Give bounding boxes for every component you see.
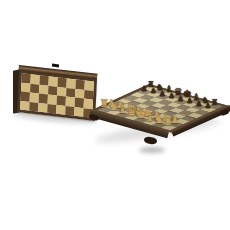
box-clasp — [52, 64, 59, 68]
closed-box-checkerboard — [17, 70, 97, 121]
box-checker-square — [20, 100, 29, 110]
box-checker-square — [74, 107, 83, 117]
box-checker-square — [29, 101, 38, 111]
chess-set-product-photo: ♜♞♝♛♚♝♞♜♟♟♟♟♟♟♟♟♟♟♟♟♟♟♟♟♜♞♝♛♚♝♞♜ — [0, 0, 230, 230]
box-checker-square — [56, 105, 65, 115]
box-checker-square — [47, 104, 56, 114]
box-checker-square — [38, 102, 47, 112]
board-foot-shadow — [139, 147, 165, 153]
box-checker-square — [65, 106, 74, 116]
